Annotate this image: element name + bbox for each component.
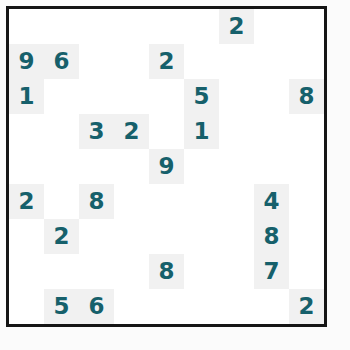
sudoku-cell-r8c1[interactable] (9, 254, 45, 290)
sudoku-cell-r2c9[interactable] (289, 44, 324, 80)
sudoku-cell-r2c1: 9 (9, 44, 45, 80)
sudoku-cell-r8c6[interactable] (184, 254, 222, 290)
sudoku-cell-r6c9[interactable] (289, 184, 324, 222)
sudoku-cell-r9c4[interactable] (114, 289, 150, 324)
sudoku-board: 296215832192842887562 (6, 6, 327, 327)
sudoku-cell-r5c8[interactable] (254, 149, 290, 185)
sudoku-cell-r8c8: 7 (254, 254, 290, 290)
sudoku-cell-r7c3[interactable] (79, 219, 117, 255)
sudoku-cell-r1c5[interactable] (149, 9, 185, 45)
sudoku-cell-r9c5[interactable] (149, 289, 185, 324)
sudoku-cell-r4c5[interactable] (149, 114, 185, 150)
sudoku-cell-r6c1: 2 (9, 184, 45, 222)
sudoku-cell-r5c4[interactable] (114, 149, 150, 185)
sudoku-cell-r7c5[interactable] (149, 219, 185, 255)
sudoku-cell-r9c8[interactable] (254, 289, 290, 324)
sudoku-cell-r4c8[interactable] (254, 114, 290, 150)
sudoku-cell-r3c3[interactable] (79, 79, 117, 117)
sudoku-cell-r4c7[interactable] (219, 114, 255, 150)
sudoku-cell-r3c2[interactable] (44, 79, 80, 117)
sudoku-cell-r4c6: 1 (184, 114, 222, 150)
sudoku-cell-r5c1[interactable] (9, 149, 45, 185)
sudoku-cell-r9c3: 6 (79, 289, 117, 324)
sudoku-cell-r7c9[interactable] (289, 219, 324, 255)
sudoku-cell-r9c9: 2 (289, 289, 324, 324)
sudoku-cell-r1c3[interactable] (79, 9, 117, 45)
sudoku-cell-r2c5: 2 (149, 44, 185, 80)
sudoku-cell-r2c3[interactable] (79, 44, 117, 80)
sudoku-cell-r7c2: 2 (44, 219, 80, 255)
sudoku-cell-r7c1[interactable] (9, 219, 45, 255)
sudoku-cell-r5c9[interactable] (289, 149, 324, 185)
sudoku-cell-r1c4[interactable] (114, 9, 150, 45)
sudoku-cell-r5c3[interactable] (79, 149, 117, 185)
sudoku-cell-r8c7[interactable] (219, 254, 255, 290)
sudoku-cell-r6c6[interactable] (184, 184, 222, 222)
sudoku-cell-r3c5[interactable] (149, 79, 185, 117)
sudoku-cell-r1c1[interactable] (9, 9, 45, 45)
sudoku-cell-r3c7[interactable] (219, 79, 255, 117)
sudoku-cell-r5c2[interactable] (44, 149, 80, 185)
sudoku-cell-r8c5: 8 (149, 254, 185, 290)
sudoku-cell-r2c4[interactable] (114, 44, 150, 80)
sudoku-cell-r8c9[interactable] (289, 254, 324, 290)
sudoku-cell-r6c4[interactable] (114, 184, 150, 222)
sudoku-cell-r3c1: 1 (9, 79, 45, 117)
sudoku-cell-r4c2[interactable] (44, 114, 80, 150)
sudoku-cell-r9c2: 5 (44, 289, 80, 324)
sudoku-cell-r6c7[interactable] (219, 184, 255, 222)
sudoku-cell-r4c1[interactable] (9, 114, 45, 150)
sudoku-cell-r4c9[interactable] (289, 114, 324, 150)
sudoku-cell-r8c3[interactable] (79, 254, 117, 290)
sudoku-cell-r9c1[interactable] (9, 289, 45, 324)
sudoku-cell-r2c7[interactable] (219, 44, 255, 80)
sudoku-cell-r6c2[interactable] (44, 184, 80, 222)
sudoku-cell-r6c3: 8 (79, 184, 117, 222)
sudoku-cell-r3c6: 5 (184, 79, 222, 117)
sudoku-cell-r5c6[interactable] (184, 149, 222, 185)
sudoku-cell-r1c8[interactable] (254, 9, 290, 45)
sudoku-cell-r3c4[interactable] (114, 79, 150, 117)
sudoku-cell-r9c6[interactable] (184, 289, 222, 324)
sudoku-cell-r3c8[interactable] (254, 79, 290, 117)
sudoku-cell-r2c8[interactable] (254, 44, 290, 80)
sudoku-cell-r4c4: 2 (114, 114, 150, 150)
sudoku-cell-r7c6[interactable] (184, 219, 222, 255)
sudoku-cell-r5c5: 9 (149, 149, 185, 185)
sudoku-cell-r1c2[interactable] (44, 9, 80, 45)
sudoku-cell-r7c8: 8 (254, 219, 290, 255)
sudoku-cell-r2c6[interactable] (184, 44, 222, 80)
sudoku-cell-r3c9: 8 (289, 79, 324, 117)
sudoku-cell-r4c3: 3 (79, 114, 117, 150)
sudoku-cell-r6c8: 4 (254, 184, 290, 222)
sudoku-cell-r2c2: 6 (44, 44, 80, 80)
sudoku-cell-r7c4[interactable] (114, 219, 150, 255)
sudoku-cell-r1c7: 2 (219, 9, 255, 45)
sudoku-cell-r1c9[interactable] (289, 9, 324, 45)
sudoku-cell-r6c5[interactable] (149, 184, 185, 222)
sudoku-cell-r1c6[interactable] (184, 9, 222, 45)
sudoku-cell-r9c7[interactable] (219, 289, 255, 324)
sudoku-cell-r5c7[interactable] (219, 149, 255, 185)
page-background: 296215832192842887562 (0, 0, 350, 350)
sudoku-cell-r8c4[interactable] (114, 254, 150, 290)
sudoku-cell-r8c2[interactable] (44, 254, 80, 290)
sudoku-cell-r7c7[interactable] (219, 219, 255, 255)
